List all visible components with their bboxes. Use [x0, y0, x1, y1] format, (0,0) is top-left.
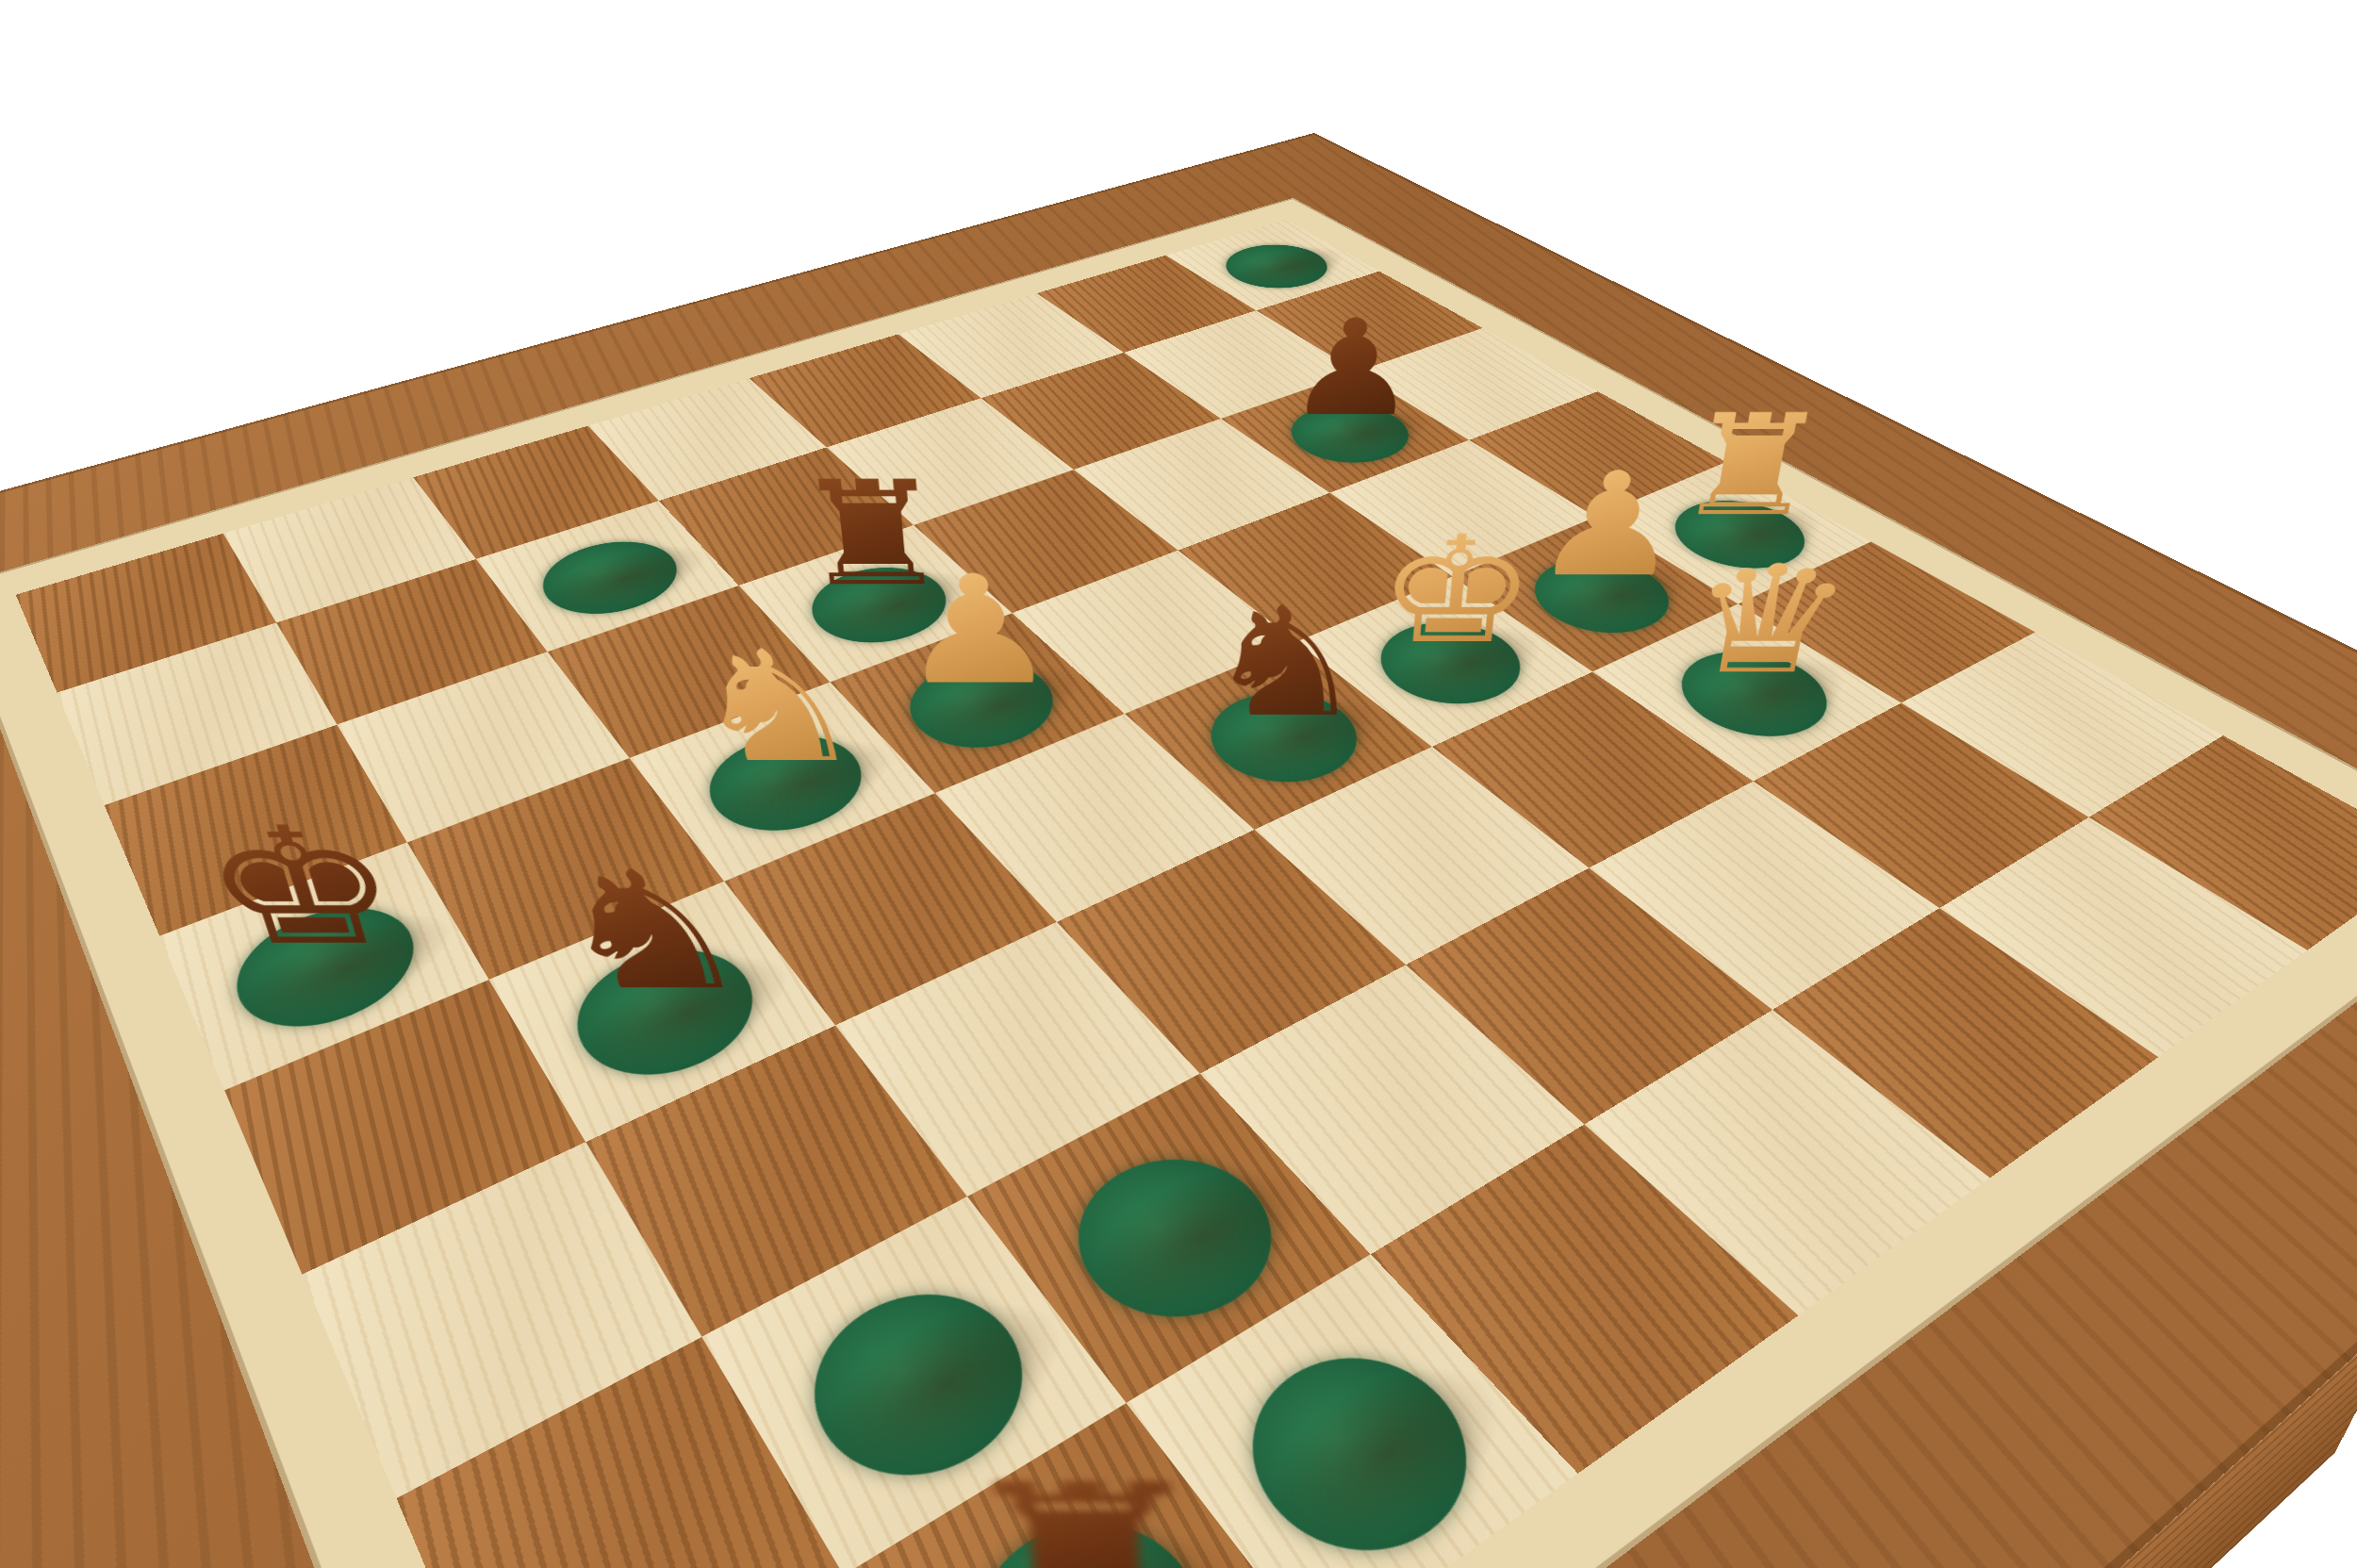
piece-glyph-king: ♚ — [88, 801, 503, 970]
board-border-strip: ♟♜♜♟♚♞♟♞♞♚♟♜♛♝♟♜♛ — [0, 198, 2357, 1568]
piece-glyph-pawn: ♟ — [1170, 143, 1391, 270]
chess-photo-scene: ♟♜♜♟♚♞♟♞♞♚♟♜♛♝♟♜♛ — [0, 0, 2357, 1568]
chess-board: ♟♜♜♟♚♞♟♞♞♚♟♜♛♝♟♜♛ — [16, 220, 2357, 1568]
piece-glyph-rook: ♜ — [818, 1454, 1343, 1568]
piece-glyph-pawn: ♟ — [1227, 298, 1485, 437]
folding-chess-box: ♟♜♜♟♚♞♟♞♞♚♟♜♛♝♟♜♛ — [0, 133, 2357, 1568]
piece-glyph-bishop: ♝ — [665, 1206, 1135, 1385]
piece-glyph-knight: ♞ — [599, 625, 944, 786]
square-h2[interactable] — [1902, 632, 2223, 817]
piece-glyph-rook: ♜ — [440, 432, 749, 581]
piece-glyph-knight: ♞ — [1128, 582, 1450, 740]
piece-glyph-queen: ♛ — [1131, 1275, 1615, 1455]
piece-glyph-queen: ♛ — [1604, 540, 1938, 697]
perspective-container: ♟♜♜♟♚♞♟♞♞♚♟♜♛♝♟♜♛ — [0, 0, 2357, 1568]
board-outer-frame: ♟♜♜♟♚♞♟♞♞♚♟♜♛♝♟♜♛ — [0, 133, 2357, 1568]
piece-glyph-knight: ♞ — [441, 844, 846, 1015]
